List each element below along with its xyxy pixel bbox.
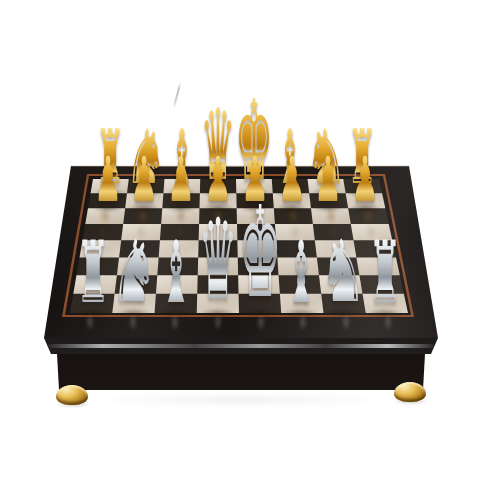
pawn-glyph: ♟ <box>278 148 306 210</box>
gold-pawn-g7[interactable]: ♟ <box>308 164 349 210</box>
pawn-glyph: ♟ <box>94 148 122 210</box>
right-gold-foot <box>394 382 426 402</box>
box-ground-shadow <box>80 396 400 404</box>
bishop-glyph: ♝ <box>286 229 318 315</box>
gold-pawn-c7[interactable]: ♟ <box>161 164 202 210</box>
chess-set-photo: ♜♞♝♛♚♝♞♜♟♟♟♟♟♟♟♟♜♞♝♛♚♝♞♜ <box>0 0 480 480</box>
bevel-specular-highlight <box>48 344 434 348</box>
pawn-glyph: ♟ <box>314 148 342 210</box>
silver-rook-h1[interactable]: ♜ <box>359 258 410 315</box>
pawn-glyph: ♟ <box>351 148 379 210</box>
gold-pawn-b7[interactable]: ♟ <box>124 164 165 210</box>
pawn-glyph: ♟ <box>130 148 158 210</box>
gold-pawn-a7[interactable]: ♟ <box>87 164 128 210</box>
left-gold-foot <box>56 385 88 405</box>
photo-hair-artifact <box>173 82 182 109</box>
gold-pawn-h7[interactable]: ♟ <box>345 164 386 210</box>
rook-glyph: ♜ <box>368 230 402 316</box>
pawn-glyph: ♟ <box>167 148 195 210</box>
